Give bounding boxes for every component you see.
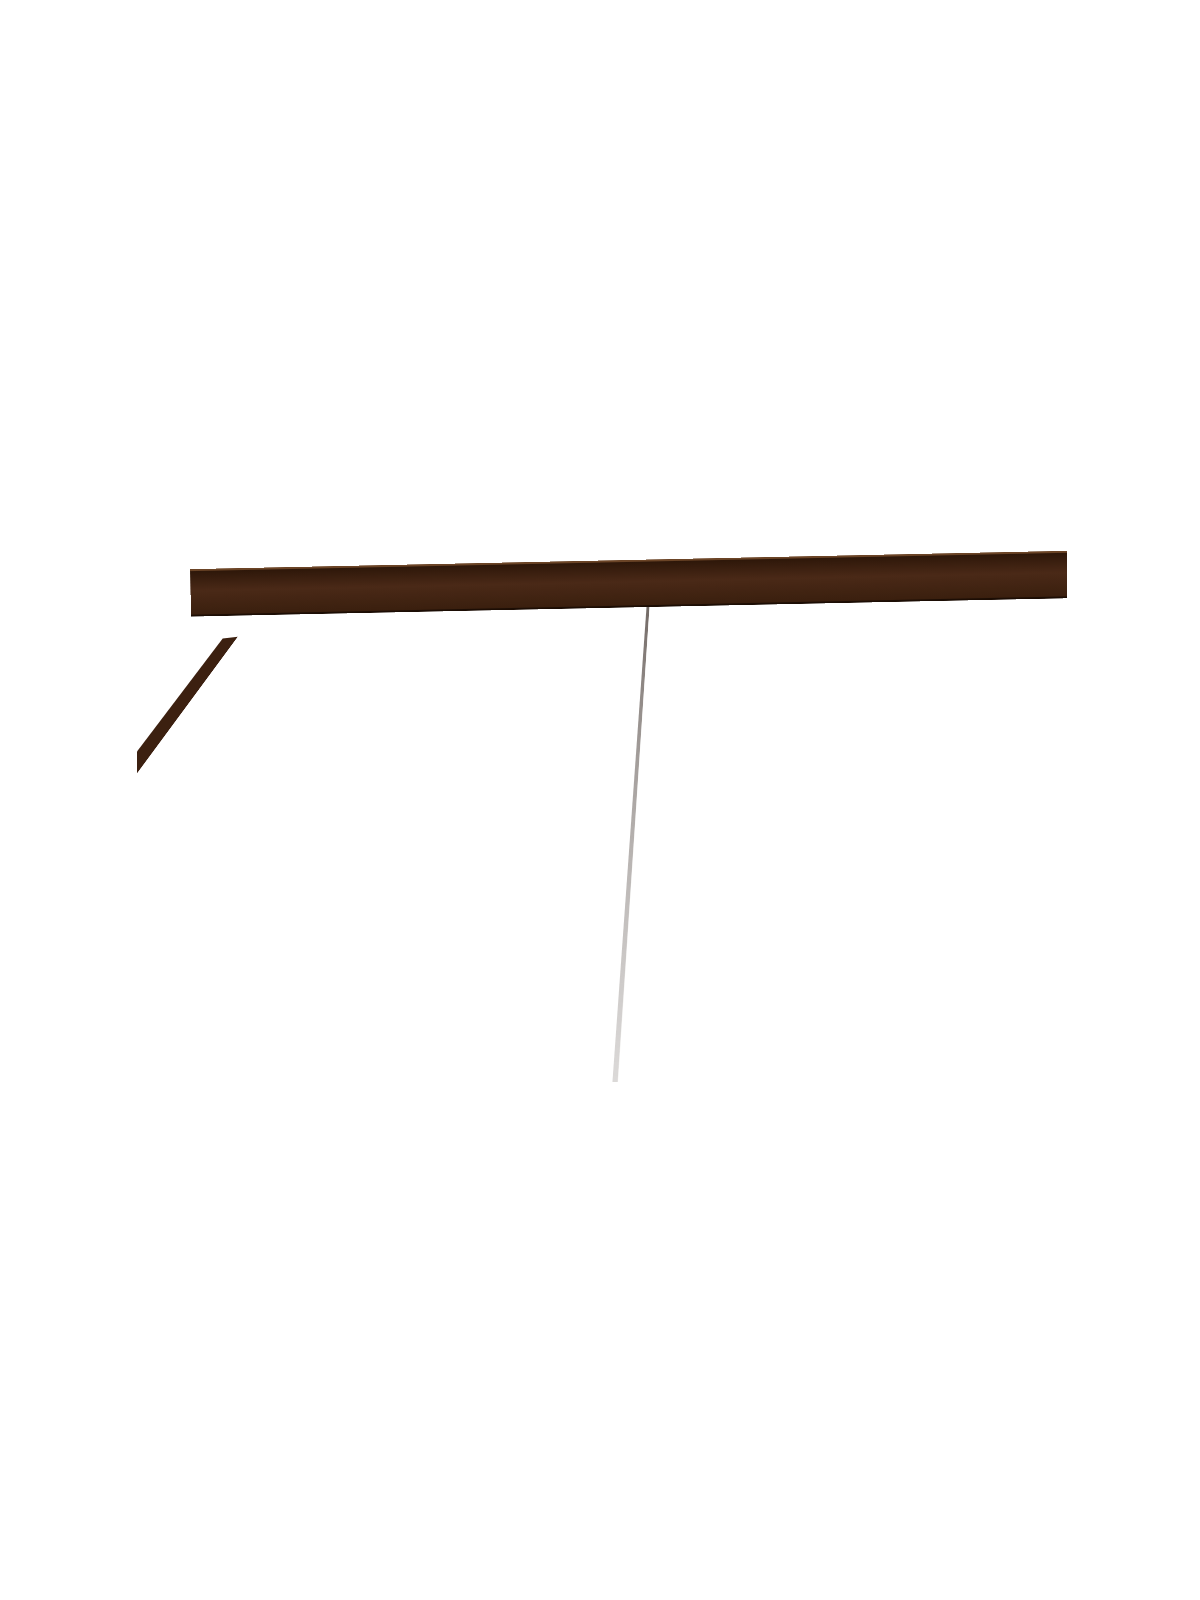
board-back-edge xyxy=(190,550,1067,617)
board-scene xyxy=(137,488,1067,1082)
chess-set-photo xyxy=(137,488,1067,1082)
board-left-border xyxy=(137,637,238,1082)
page: { "game": "chess", "scene": "overhead-an… xyxy=(0,0,1200,1600)
board-hinge-seam xyxy=(607,586,651,1082)
chess-board xyxy=(137,533,1067,1082)
